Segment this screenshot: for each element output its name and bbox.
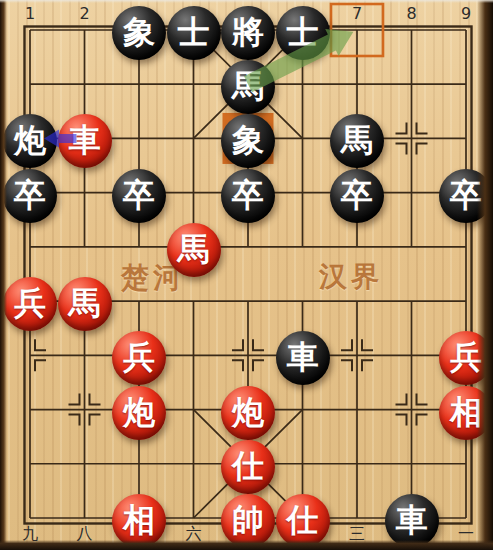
piece-black-advisor[interactable]: 士 <box>276 6 330 60</box>
piece-character: 士 <box>178 16 210 48</box>
piece-red-horse[interactable]: 馬 <box>58 277 112 331</box>
piece-black-pawn[interactable]: 卒 <box>3 169 57 223</box>
piece-black-king[interactable]: 將 <box>221 6 275 60</box>
piece-character: 馬 <box>232 70 264 102</box>
piece-character: 仕 <box>287 504 319 536</box>
piece-character: 兵 <box>14 287 46 319</box>
piece-black-cannon[interactable]: 炮 <box>3 114 57 168</box>
piece-black-chariot[interactable]: 車 <box>276 331 330 385</box>
piece-character: 車 <box>396 504 428 536</box>
piece-black-advisor[interactable]: 士 <box>167 6 221 60</box>
piece-character: 將 <box>232 16 264 48</box>
piece-red-advisor[interactable]: 仕 <box>221 440 275 494</box>
piece-black-horse[interactable]: 馬 <box>330 114 384 168</box>
piece-character: 卒 <box>123 179 155 211</box>
piece-character: 兵 <box>450 341 482 373</box>
piece-character: 卒 <box>341 179 373 211</box>
piece-black-pawn[interactable]: 卒 <box>330 169 384 223</box>
piece-black-chariot[interactable]: 車 <box>385 494 439 548</box>
piece-red-cannon[interactable]: 炮 <box>221 386 275 440</box>
piece-red-king[interactable]: 帥 <box>221 494 275 548</box>
piece-black-elephant[interactable]: 象 <box>221 114 275 168</box>
piece-character: 卒 <box>450 179 482 211</box>
piece-character: 相 <box>450 396 482 428</box>
piece-character: 象 <box>123 16 155 48</box>
piece-character: 馬 <box>178 233 210 265</box>
piece-black-horse[interactable]: 馬 <box>221 60 275 114</box>
piece-character: 帥 <box>232 504 264 536</box>
piece-black-pawn[interactable]: 卒 <box>221 169 275 223</box>
piece-red-pawn[interactable]: 兵 <box>112 331 166 385</box>
xiangqi-board: 123456789 九八七六五四三二一 楚河 汉界 象士將士馬炮車象馬卒卒卒卒卒… <box>0 0 493 550</box>
piece-character: 炮 <box>232 396 264 428</box>
piece-red-advisor[interactable]: 仕 <box>276 494 330 548</box>
piece-red-pawn[interactable]: 兵 <box>439 331 493 385</box>
piece-character: 士 <box>287 16 319 48</box>
piece-character: 象 <box>232 124 264 156</box>
piece-character: 卒 <box>14 179 46 211</box>
piece-red-horse[interactable]: 馬 <box>167 223 221 277</box>
piece-character: 車 <box>69 124 101 156</box>
piece-black-pawn[interactable]: 卒 <box>439 169 493 223</box>
pieces-layer: 象士將士馬炮車象馬卒卒卒卒卒馬兵馬兵車兵炮炮相仕相帥仕車 <box>0 0 493 550</box>
piece-red-pawn[interactable]: 兵 <box>3 277 57 331</box>
piece-red-cannon[interactable]: 炮 <box>112 386 166 440</box>
piece-black-elephant[interactable]: 象 <box>112 6 166 60</box>
piece-character: 馬 <box>341 124 373 156</box>
piece-character: 車 <box>287 341 319 373</box>
piece-character: 仕 <box>232 450 264 482</box>
piece-character: 相 <box>123 504 155 536</box>
piece-black-pawn[interactable]: 卒 <box>112 169 166 223</box>
piece-red-elephant[interactable]: 相 <box>112 494 166 548</box>
piece-character: 兵 <box>123 341 155 373</box>
piece-character: 卒 <box>232 179 264 211</box>
piece-character: 炮 <box>123 396 155 428</box>
piece-red-elephant[interactable]: 相 <box>439 386 493 440</box>
piece-character: 馬 <box>69 287 101 319</box>
piece-red-chariot[interactable]: 車 <box>58 114 112 168</box>
piece-character: 炮 <box>14 124 46 156</box>
